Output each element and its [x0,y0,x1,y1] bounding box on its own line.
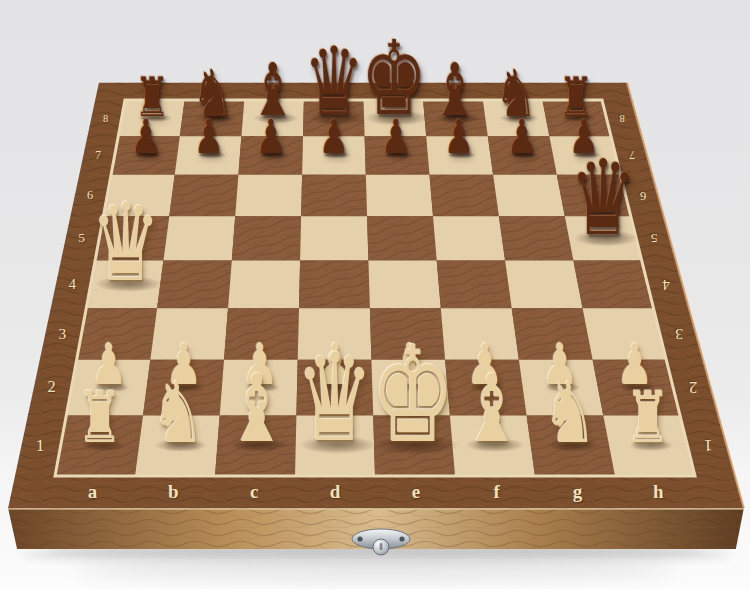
product-photo-scene: 8877665544332211abcdefgh ♜♞♝♛♚♝♞♜♟♟♟♟♟♟♟… [0,0,750,589]
piece-black-pawn-e7[interactable]: ♟ [381,114,411,161]
piece-white-king-e1[interactable]: ♚ [370,328,456,461]
piece-white-bishop-c1[interactable]: ♝ [226,362,287,456]
piece-white-bishop-f1[interactable]: ♝ [461,362,522,456]
piece-white-queen-a4[interactable]: ♛ [91,189,161,297]
piece-white-knight-g1[interactable]: ♞ [543,371,597,455]
piece-black-pawn-b7[interactable]: ♟ [193,114,223,161]
piece-black-queen-h5[interactable]: ♛ [569,146,636,250]
pieces-layer: ♜♞♝♛♚♝♞♜♟♟♟♟♟♟♟♟♛♛♟♟♟♟♟♟♟♟♜♞♝♛♚♝♞♜ [0,0,750,589]
piece-black-pawn-f7[interactable]: ♟ [444,114,474,161]
piece-white-knight-b1[interactable]: ♞ [151,371,205,455]
piece-black-pawn-a7[interactable]: ♟ [131,114,161,161]
piece-black-pawn-g7[interactable]: ♟ [507,114,537,161]
piece-white-rook-a1[interactable]: ♜ [77,383,123,454]
piece-white-queen-d1[interactable]: ♛ [296,338,374,459]
piece-black-pawn-d7[interactable]: ♟ [319,114,349,161]
piece-white-rook-h1[interactable]: ♜ [625,383,671,454]
piece-black-pawn-c7[interactable]: ♟ [256,114,286,161]
